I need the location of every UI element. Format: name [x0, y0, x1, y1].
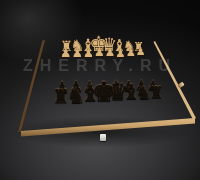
piece-black-pawn: ♟ [55, 80, 69, 96]
piece-black-knight: ♞ [66, 85, 85, 106]
piece-black-bishop: ♝ [122, 82, 141, 103]
watermark-text: ZHERRY.RU [0, 57, 200, 75]
chess-set-photo: ♜♞♝♚♛♝♞♜♟♟♟♟♟♟♟♟♟♟♟♟♟♟♟♟♜♞♝♚♛♝♞♜ ZHERRY.… [0, 0, 200, 180]
piece-black-bishop: ♝ [80, 83, 100, 106]
piece-black-pawn: ♟ [69, 80, 83, 95]
piece-white-knight: ♞ [70, 38, 84, 54]
piece-black-pawn: ♟ [97, 80, 110, 95]
piece-black-rook: ♜ [52, 87, 69, 107]
piece-black-pawn: ♟ [135, 79, 147, 92]
piece-white-bishop: ♝ [112, 38, 126, 54]
piece-black-pawn: ♟ [147, 79, 159, 92]
piece-white-king: ♚ [89, 34, 108, 55]
piece-white-rook: ♜ [133, 41, 144, 54]
piece-white-knight: ♞ [123, 39, 136, 53]
piece-white-bishop: ♝ [80, 37, 95, 54]
piece-black-pawn: ♟ [123, 79, 135, 93]
piece-black-pawn: ♟ [83, 80, 96, 95]
piece-black-knight: ♞ [136, 84, 153, 102]
piece-white-rook: ♜ [60, 39, 73, 53]
piece-black-rook: ♜ [149, 85, 163, 101]
pieces-layer: ♜♞♝♚♛♝♞♜♟♟♟♟♟♟♟♟♟♟♟♟♟♟♟♟♜♞♝♚♛♝♞♜ [0, 0, 200, 180]
piece-white-queen: ♛ [101, 36, 118, 54]
piece-black-queen: ♛ [107, 80, 129, 104]
piece-black-king: ♚ [92, 78, 117, 106]
piece-black-pawn: ♟ [110, 80, 123, 94]
